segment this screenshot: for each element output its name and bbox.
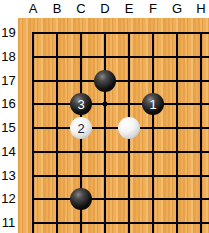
row-label: 11: [0, 215, 17, 231]
column-label: B: [53, 1, 62, 17]
column-label: C: [76, 1, 85, 17]
grid-vertical-line: [104, 32, 106, 233]
grid-horizontal-line: [32, 222, 209, 224]
column-label: E: [125, 1, 134, 17]
row-label: 19: [0, 25, 17, 41]
grid-horizontal-line: [32, 175, 209, 177]
row-label: 14: [0, 144, 17, 160]
black-stone: 3: [70, 93, 92, 115]
grid-vertical-line: [176, 32, 178, 233]
column-label: G: [172, 1, 182, 17]
column-label: A: [29, 1, 38, 17]
row-label: 16: [0, 96, 17, 112]
go-diagram: ABCDEFGH 191817161514131211 312: [0, 0, 209, 233]
black-stone: [94, 70, 116, 92]
move-number: 3: [77, 98, 84, 111]
grid-horizontal-line: [32, 80, 209, 82]
column-label: H: [196, 1, 205, 17]
grid-vertical-line: [200, 32, 202, 233]
grid-horizontal-line: [32, 198, 209, 200]
grid-vertical-line: [32, 32, 34, 233]
row-labels: 191817161514131211: [0, 0, 17, 233]
grid-horizontal-line: [32, 151, 209, 153]
row-label: 12: [0, 191, 17, 207]
column-label: F: [149, 1, 157, 17]
go-board[interactable]: 312: [18, 18, 209, 233]
row-label: 17: [0, 73, 17, 89]
white-stone: [118, 117, 140, 139]
column-label: D: [100, 1, 109, 17]
star-point: [101, 101, 108, 108]
black-stone: 1: [142, 93, 164, 115]
move-number: 2: [77, 122, 84, 135]
row-label: 18: [0, 49, 17, 65]
grid-vertical-line: [56, 32, 58, 233]
move-number: 1: [149, 98, 156, 111]
row-label: 15: [0, 120, 17, 136]
grid-horizontal-line: [32, 56, 209, 58]
black-stone: [70, 188, 92, 210]
column-labels: ABCDEFGH: [0, 0, 209, 18]
white-stone: 2: [70, 117, 92, 139]
grid-vertical-line: [152, 32, 154, 233]
grid-horizontal-line: [32, 32, 209, 34]
grid-horizontal-line: [32, 103, 209, 105]
row-label: 13: [0, 168, 17, 184]
